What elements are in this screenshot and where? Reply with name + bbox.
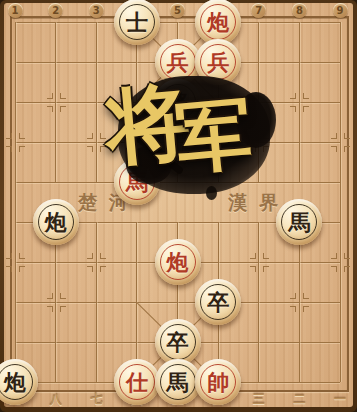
- file-label-top: 3: [89, 3, 104, 18]
- piece-black-general[interactable]: 將: [155, 79, 201, 125]
- point-marker: [290, 93, 296, 99]
- point-marker: [19, 146, 25, 152]
- grid-line: [96, 222, 97, 382]
- piece-character: 炮: [207, 11, 229, 33]
- point-marker: [263, 266, 269, 272]
- point-marker: [303, 306, 309, 312]
- point-marker: [263, 253, 269, 259]
- piece-black-cannon[interactable]: 炮: [33, 199, 79, 245]
- point-marker: [169, 146, 175, 152]
- piece-character: 將: [167, 91, 189, 113]
- file-label-top: 1: [8, 3, 23, 18]
- grid-line: [96, 22, 97, 182]
- point-marker: [47, 293, 53, 299]
- grid-line: [258, 222, 259, 382]
- point-marker: [19, 266, 25, 272]
- piece-red-cannon[interactable]: 炮: [155, 239, 201, 285]
- piece-character: 馬: [126, 171, 148, 193]
- grid-line: [340, 22, 341, 382]
- point-marker: [250, 133, 256, 139]
- grid-line: [15, 22, 16, 382]
- point-marker: [87, 146, 93, 152]
- point-marker: [6, 253, 12, 259]
- point-marker: [6, 146, 12, 152]
- grid-line: [299, 22, 300, 182]
- file-label-top: 5: [170, 3, 185, 18]
- piece-black-advisor[interactable]: 士: [114, 0, 160, 45]
- grid-line: [299, 222, 300, 382]
- piece-black-soldier[interactable]: 卒: [195, 279, 241, 325]
- point-marker: [47, 106, 53, 112]
- piece-black-cannon[interactable]: 炮: [0, 359, 38, 405]
- point-marker: [100, 133, 106, 139]
- point-marker: [47, 306, 53, 312]
- point-marker: [250, 266, 256, 272]
- file-label-top: 2: [48, 3, 63, 18]
- piece-black-horse[interactable]: 馬: [155, 359, 201, 405]
- piece-character: 馬: [288, 211, 310, 233]
- point-marker: [263, 146, 269, 152]
- point-marker: [290, 106, 296, 112]
- point-marker: [303, 106, 309, 112]
- point-marker: [6, 133, 12, 139]
- file-label-bottom: 七: [88, 391, 104, 408]
- point-marker: [87, 266, 93, 272]
- point-marker: [47, 93, 53, 99]
- point-marker: [250, 253, 256, 259]
- point-marker: [344, 133, 350, 139]
- point-marker: [263, 133, 269, 139]
- point-marker: [331, 253, 337, 259]
- point-marker: [182, 133, 188, 139]
- point-marker: [290, 306, 296, 312]
- point-marker: [331, 266, 337, 272]
- piece-character: 卒: [207, 291, 229, 313]
- point-marker: [169, 133, 175, 139]
- point-marker: [60, 293, 66, 299]
- xiangqi-app: 楚河 漢界 123456789九八七六五四三二一士炮兵兵將馬炮馬炮卒卒炮仕馬帥 …: [0, 0, 357, 412]
- piece-character: 士: [126, 11, 148, 33]
- piece-red-soldier[interactable]: 兵: [195, 39, 241, 85]
- point-marker: [100, 253, 106, 259]
- file-label-bottom: 三: [251, 391, 267, 408]
- point-marker: [87, 253, 93, 259]
- point-marker: [344, 266, 350, 272]
- piece-red-advisor[interactable]: 仕: [114, 359, 160, 405]
- xiangqi-board[interactable]: 楚河 漢界 123456789九八七六五四三二一士炮兵兵將馬炮馬炮卒卒炮仕馬帥: [0, 0, 357, 412]
- point-marker: [331, 146, 337, 152]
- file-label-bottom: 一: [332, 391, 348, 408]
- grid-line: [55, 222, 56, 382]
- grid-line: [258, 22, 259, 182]
- point-marker: [250, 146, 256, 152]
- piece-character: 帥: [207, 371, 229, 393]
- piece-character: 炮: [4, 371, 26, 393]
- piece-character: 兵: [167, 51, 189, 73]
- grid-line: [55, 22, 56, 182]
- piece-character: 馬: [167, 371, 189, 393]
- point-marker: [87, 133, 93, 139]
- piece-character: 炮: [167, 251, 189, 273]
- file-label-top: 8: [292, 3, 307, 18]
- point-marker: [290, 293, 296, 299]
- piece-red-general[interactable]: 帥: [195, 359, 241, 405]
- piece-red-horse[interactable]: 馬: [114, 159, 160, 205]
- piece-character: 卒: [167, 331, 189, 353]
- point-marker: [303, 293, 309, 299]
- file-label-top: 9: [333, 3, 348, 18]
- point-marker: [331, 133, 337, 139]
- point-marker: [182, 146, 188, 152]
- piece-black-horse[interactable]: 馬: [276, 199, 322, 245]
- file-label-top: 7: [251, 3, 266, 18]
- point-marker: [344, 146, 350, 152]
- point-marker: [60, 106, 66, 112]
- piece-character: 仕: [126, 371, 148, 393]
- point-marker: [6, 266, 12, 272]
- file-label-bottom: 八: [48, 391, 64, 408]
- point-marker: [60, 93, 66, 99]
- file-label-bottom: 二: [291, 391, 307, 408]
- point-marker: [100, 146, 106, 152]
- point-marker: [60, 306, 66, 312]
- point-marker: [344, 253, 350, 259]
- point-marker: [19, 253, 25, 259]
- point-marker: [303, 93, 309, 99]
- point-marker: [19, 133, 25, 139]
- piece-character: 炮: [45, 211, 67, 233]
- point-marker: [100, 266, 106, 272]
- piece-character: 兵: [207, 51, 229, 73]
